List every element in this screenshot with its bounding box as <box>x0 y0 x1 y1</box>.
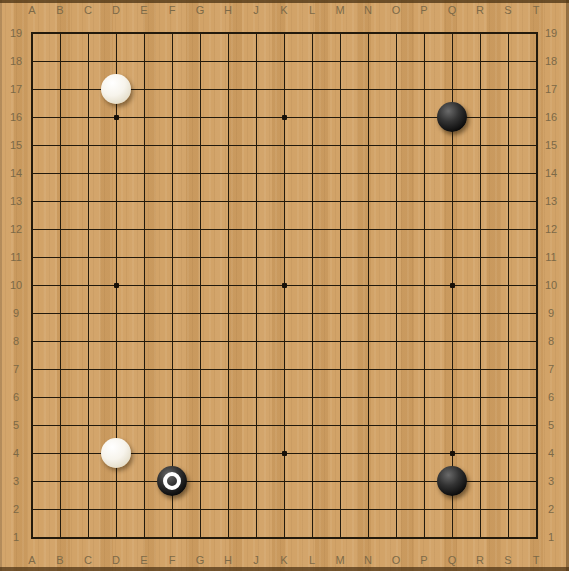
column-label-top: O <box>383 3 409 17</box>
column-label-bottom: B <box>47 553 73 567</box>
row-label-left: 2 <box>3 502 29 516</box>
column-label-bottom: M <box>327 553 353 567</box>
column-label-top: D <box>103 3 129 17</box>
star-point <box>282 115 287 120</box>
column-label-top: K <box>271 3 297 17</box>
black-stone <box>437 466 467 496</box>
row-label-right: 17 <box>538 82 564 96</box>
row-label-right: 19 <box>538 26 564 40</box>
row-label-left: 9 <box>3 306 29 320</box>
black-stone <box>437 102 467 132</box>
column-label-top: R <box>467 3 493 17</box>
star-point <box>114 283 119 288</box>
column-label-bottom: C <box>75 553 101 567</box>
column-label-top: G <box>187 3 213 17</box>
column-label-bottom: A <box>19 553 45 567</box>
column-label-bottom: N <box>355 553 381 567</box>
row-label-right: 7 <box>538 362 564 376</box>
row-label-right: 1 <box>538 530 564 544</box>
column-label-bottom: Q <box>439 553 465 567</box>
white-stone <box>101 74 131 104</box>
star-point <box>450 283 455 288</box>
row-label-right: 14 <box>538 166 564 180</box>
row-label-right: 13 <box>538 194 564 208</box>
column-label-bottom: P <box>411 553 437 567</box>
row-label-right: 18 <box>538 54 564 68</box>
row-label-right: 11 <box>538 250 564 264</box>
row-label-right: 9 <box>538 306 564 320</box>
row-label-right: 5 <box>538 418 564 432</box>
column-label-bottom: R <box>467 553 493 567</box>
row-label-right: 12 <box>538 222 564 236</box>
column-label-top: L <box>299 3 325 17</box>
column-label-bottom: S <box>495 553 521 567</box>
row-label-left: 11 <box>3 250 29 264</box>
column-label-top: N <box>355 3 381 17</box>
row-label-left: 4 <box>3 446 29 460</box>
column-label-bottom: L <box>299 553 325 567</box>
row-label-left: 17 <box>3 82 29 96</box>
column-label-top: B <box>47 3 73 17</box>
star-point <box>114 115 119 120</box>
black-stone <box>157 466 187 496</box>
row-label-right: 4 <box>538 446 564 460</box>
row-label-right: 8 <box>538 334 564 348</box>
column-label-bottom: E <box>131 553 157 567</box>
column-label-bottom: F <box>159 553 185 567</box>
column-label-top: A <box>19 3 45 17</box>
row-label-left: 15 <box>3 138 29 152</box>
column-label-top: J <box>243 3 269 17</box>
column-label-top: T <box>523 3 549 17</box>
column-label-bottom: H <box>215 553 241 567</box>
row-label-left: 7 <box>3 362 29 376</box>
row-label-left: 1 <box>3 530 29 544</box>
row-label-right: 2 <box>538 502 564 516</box>
column-label-top: E <box>131 3 157 17</box>
row-label-left: 13 <box>3 194 29 208</box>
row-label-left: 6 <box>3 390 29 404</box>
column-label-bottom: T <box>523 553 549 567</box>
column-label-top: F <box>159 3 185 17</box>
column-label-top: P <box>411 3 437 17</box>
row-label-left: 14 <box>3 166 29 180</box>
star-point <box>450 451 455 456</box>
column-label-bottom: O <box>383 553 409 567</box>
go-board[interactable]: AABBCCDDEEFFGGHHJJKKLLMMNNOOPPQQRRSSTT19… <box>0 0 569 571</box>
column-label-top: C <box>75 3 101 17</box>
row-label-left: 10 <box>3 278 29 292</box>
star-point <box>282 451 287 456</box>
row-label-right: 6 <box>538 390 564 404</box>
column-label-bottom: G <box>187 553 213 567</box>
row-label-right: 16 <box>538 110 564 124</box>
row-label-left: 16 <box>3 110 29 124</box>
column-label-top: M <box>327 3 353 17</box>
row-label-right: 10 <box>538 278 564 292</box>
column-label-top: Q <box>439 3 465 17</box>
row-label-left: 19 <box>3 26 29 40</box>
column-label-bottom: D <box>103 553 129 567</box>
row-label-left: 12 <box>3 222 29 236</box>
white-stone <box>101 438 131 468</box>
column-label-bottom: K <box>271 553 297 567</box>
row-label-left: 18 <box>3 54 29 68</box>
column-label-top: S <box>495 3 521 17</box>
column-label-top: H <box>215 3 241 17</box>
row-label-left: 3 <box>3 474 29 488</box>
row-label-right: 15 <box>538 138 564 152</box>
row-label-left: 8 <box>3 334 29 348</box>
column-label-bottom: J <box>243 553 269 567</box>
row-label-right: 3 <box>538 474 564 488</box>
last-move-marker <box>163 472 181 490</box>
row-label-left: 5 <box>3 418 29 432</box>
star-point <box>282 283 287 288</box>
